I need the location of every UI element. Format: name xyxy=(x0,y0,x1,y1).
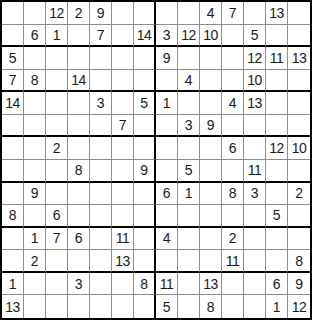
given-digit: 13 xyxy=(292,51,307,65)
cell-r2c7[interactable]: 14 xyxy=(134,25,156,48)
cell-r9c9[interactable]: 1 xyxy=(178,183,200,206)
cell-r7c10[interactable] xyxy=(200,137,222,160)
given-digit: 4 xyxy=(185,73,192,87)
cell-r13c10[interactable]: 13 xyxy=(200,273,222,296)
cell-r13c11[interactable] xyxy=(222,273,244,296)
given-digit: 11 xyxy=(116,231,130,245)
cell-r1c1[interactable] xyxy=(2,2,24,25)
cell-r14c5[interactable] xyxy=(90,295,112,318)
cell-r8c7[interactable]: 9 xyxy=(134,160,156,183)
cell-r7c5[interactable] xyxy=(90,137,112,160)
cell-r2c9[interactable]: 12 xyxy=(178,25,200,48)
cell-r1c8[interactable] xyxy=(156,2,178,25)
cell-r4c9[interactable]: 4 xyxy=(178,70,200,93)
given-digit: 12 xyxy=(49,6,64,20)
cell-r5c9[interactable] xyxy=(178,92,200,115)
given-digit: 7 xyxy=(9,73,16,87)
cell-r6c12[interactable] xyxy=(244,115,266,138)
cell-r14c9[interactable] xyxy=(178,295,200,318)
cell-r4c10[interactable] xyxy=(200,70,222,93)
given-digit: 7 xyxy=(229,6,236,20)
given-digit: 8 xyxy=(75,163,82,177)
given-digit: 11 xyxy=(248,163,262,177)
cell-r14c11[interactable] xyxy=(222,295,244,318)
given-digit: 9 xyxy=(97,6,104,20)
given-digit: 5 xyxy=(185,163,192,177)
cell-r8c9[interactable]: 5 xyxy=(178,160,200,183)
cell-r8c3[interactable] xyxy=(46,160,68,183)
given-digit: 6 xyxy=(31,28,38,42)
cell-r6c1[interactable] xyxy=(2,115,24,138)
cell-r8c14[interactable] xyxy=(288,160,310,183)
given-digit: 3 xyxy=(97,96,104,110)
given-digit: 14 xyxy=(5,96,20,110)
cell-r1c5[interactable]: 9 xyxy=(90,2,112,25)
cell-r11c11[interactable]: 2 xyxy=(222,228,244,251)
cell-r10c14[interactable] xyxy=(288,205,310,228)
sudoku-board: 1229471361714312105591211137814410143514… xyxy=(0,0,312,320)
cell-r12c9[interactable] xyxy=(178,250,200,273)
cell-r11c14[interactable] xyxy=(288,228,310,251)
given-digit: 3 xyxy=(251,186,258,200)
cell-r10c9[interactable] xyxy=(178,205,200,228)
cell-r9c10[interactable] xyxy=(200,183,222,206)
cell-r6c4[interactable] xyxy=(68,115,90,138)
given-digit: 12 xyxy=(247,51,262,65)
cell-r6c13[interactable] xyxy=(266,115,288,138)
cell-r10c13[interactable]: 5 xyxy=(266,205,288,228)
cell-r6c5[interactable] xyxy=(90,115,112,138)
cell-r9c7[interactable] xyxy=(134,183,156,206)
cell-r7c12[interactable] xyxy=(244,137,266,160)
cell-r3c10[interactable] xyxy=(200,47,222,70)
cell-r4c11[interactable] xyxy=(222,70,244,93)
cell-r4c5[interactable] xyxy=(90,70,112,93)
cell-r12c5[interactable] xyxy=(90,250,112,273)
cell-r5c11[interactable]: 4 xyxy=(222,92,244,115)
cell-r5c4[interactable] xyxy=(68,92,90,115)
cell-r13c8[interactable]: 11 xyxy=(156,273,178,296)
cell-r4c13[interactable] xyxy=(266,70,288,93)
given-digit: 8 xyxy=(9,208,16,222)
cell-r14c3[interactable] xyxy=(46,295,68,318)
cell-r10c5[interactable] xyxy=(90,205,112,228)
cell-r1c11[interactable]: 7 xyxy=(222,2,244,25)
given-digit: 9 xyxy=(295,277,302,291)
cell-r8c10[interactable] xyxy=(200,160,222,183)
cell-r9c14[interactable]: 2 xyxy=(288,183,310,206)
cell-r2c5[interactable]: 7 xyxy=(90,25,112,48)
cell-r5c10[interactable] xyxy=(200,92,222,115)
cell-r3c6[interactable] xyxy=(112,47,134,70)
given-digit: 6 xyxy=(53,208,60,222)
cell-r10c2[interactable] xyxy=(24,205,46,228)
cell-r5c6[interactable] xyxy=(112,92,134,115)
cell-r7c11[interactable]: 6 xyxy=(222,137,244,160)
given-digit: 9 xyxy=(140,163,147,177)
cell-r5c7[interactable]: 5 xyxy=(134,92,156,115)
cell-r3c11[interactable] xyxy=(222,47,244,70)
cell-r3c7[interactable] xyxy=(134,47,156,70)
cell-r11c2[interactable]: 1 xyxy=(24,228,46,251)
cell-r2c11[interactable] xyxy=(222,25,244,48)
given-digit: 6 xyxy=(229,141,236,155)
given-digit: 1 xyxy=(53,28,60,42)
cell-r8c4[interactable]: 8 xyxy=(68,160,90,183)
cell-r7c1[interactable] xyxy=(2,137,24,160)
given-digit: 5 xyxy=(140,96,147,110)
cell-r11c10[interactable] xyxy=(200,228,222,251)
cell-r12c8[interactable] xyxy=(156,250,178,273)
cell-r10c10[interactable] xyxy=(200,205,222,228)
cell-r6c2[interactable] xyxy=(24,115,46,138)
cell-r11c1[interactable] xyxy=(2,228,24,251)
cell-r5c14[interactable] xyxy=(288,92,310,115)
cell-r3c13[interactable]: 11 xyxy=(266,47,288,70)
cell-r1c4[interactable]: 2 xyxy=(68,2,90,25)
given-digit: 13 xyxy=(5,300,20,314)
cell-r13c14[interactable]: 9 xyxy=(288,273,310,296)
cell-r12c12[interactable] xyxy=(244,250,266,273)
cell-r13c5[interactable] xyxy=(90,273,112,296)
cell-r6c11[interactable] xyxy=(222,115,244,138)
cell-r10c11[interactable] xyxy=(222,205,244,228)
given-digit: 2 xyxy=(31,254,38,268)
cell-r11c4[interactable]: 6 xyxy=(68,228,90,251)
cell-r1c14[interactable] xyxy=(288,2,310,25)
cell-r2c14[interactable] xyxy=(288,25,310,48)
cell-r9c4[interactable] xyxy=(68,183,90,206)
cell-r14c4[interactable] xyxy=(68,295,90,318)
cell-r2c3[interactable]: 1 xyxy=(46,25,68,48)
cell-r13c3[interactable] xyxy=(46,273,68,296)
cell-r10c4[interactable] xyxy=(68,205,90,228)
cell-r13c4[interactable]: 3 xyxy=(68,273,90,296)
given-digit: 5 xyxy=(163,300,170,314)
cell-r3c2[interactable] xyxy=(24,47,46,70)
cell-r3c3[interactable] xyxy=(46,47,68,70)
cell-r7c7[interactable] xyxy=(134,137,156,160)
cell-r12c14[interactable]: 8 xyxy=(288,250,310,273)
given-digit: 2 xyxy=(229,231,236,245)
cell-r11c9[interactable] xyxy=(178,228,200,251)
cell-r8c13[interactable] xyxy=(266,160,288,183)
cell-r13c13[interactable]: 6 xyxy=(266,273,288,296)
cell-r2c1[interactable] xyxy=(2,25,24,48)
cell-r4c14[interactable] xyxy=(288,70,310,93)
cell-r14c14[interactable]: 12 xyxy=(288,295,310,318)
given-digit: 7 xyxy=(119,118,126,132)
cell-r14c6[interactable] xyxy=(112,295,134,318)
cell-r6c9[interactable]: 3 xyxy=(178,115,200,138)
cell-r9c2[interactable]: 9 xyxy=(24,183,46,206)
cell-r11c12[interactable] xyxy=(244,228,266,251)
given-digit: 4 xyxy=(207,6,214,20)
cell-r1c2[interactable] xyxy=(24,2,46,25)
given-digit: 14 xyxy=(71,73,86,87)
cell-r12c4[interactable] xyxy=(68,250,90,273)
cell-r7c8[interactable] xyxy=(156,137,178,160)
given-digit: 13 xyxy=(269,6,284,20)
cell-r3c12[interactable]: 12 xyxy=(244,47,266,70)
cell-r6c8[interactable] xyxy=(156,115,178,138)
cell-r5c13[interactable] xyxy=(266,92,288,115)
cell-r5c2[interactable] xyxy=(24,92,46,115)
cell-r6c3[interactable] xyxy=(46,115,68,138)
cell-r3c4[interactable] xyxy=(68,47,90,70)
cell-r11c3[interactable]: 7 xyxy=(46,228,68,251)
cell-r9c11[interactable]: 8 xyxy=(222,183,244,206)
cell-r9c12[interactable]: 3 xyxy=(244,183,266,206)
cell-r11c8[interactable]: 4 xyxy=(156,228,178,251)
cell-r5c8[interactable]: 1 xyxy=(156,92,178,115)
cell-r13c7[interactable]: 8 xyxy=(134,273,156,296)
cell-r9c13[interactable] xyxy=(266,183,288,206)
cell-r6c14[interactable] xyxy=(288,115,310,138)
given-digit: 12 xyxy=(181,28,196,42)
given-digit: 9 xyxy=(207,118,214,132)
cell-r13c9[interactable] xyxy=(178,273,200,296)
cell-r7c3[interactable]: 2 xyxy=(46,137,68,160)
cell-r3c5[interactable] xyxy=(90,47,112,70)
cell-r2c13[interactable] xyxy=(266,25,288,48)
cell-r4c12[interactable]: 10 xyxy=(244,70,266,93)
cell-r13c6[interactable] xyxy=(112,273,134,296)
cell-r1c3[interactable]: 12 xyxy=(46,2,68,25)
cell-r2c2[interactable]: 6 xyxy=(24,25,46,48)
cell-r6c6[interactable]: 7 xyxy=(112,115,134,138)
cell-r11c6[interactable]: 11 xyxy=(112,228,134,251)
cell-r12c10[interactable] xyxy=(200,250,222,273)
cell-r14c2[interactable] xyxy=(24,295,46,318)
cell-r7c9[interactable] xyxy=(178,137,200,160)
cell-r2c6[interactable] xyxy=(112,25,134,48)
cell-r10c1[interactable]: 8 xyxy=(2,205,24,228)
given-digit: 10 xyxy=(292,141,307,155)
given-digit: 9 xyxy=(163,51,170,65)
cell-r1c10[interactable]: 4 xyxy=(200,2,222,25)
given-digit: 1 xyxy=(273,300,280,314)
given-digit: 10 xyxy=(203,28,218,42)
cell-r5c5[interactable]: 3 xyxy=(90,92,112,115)
given-digit: 13 xyxy=(247,96,262,110)
given-digit: 6 xyxy=(75,231,82,245)
cell-r12c3[interactable] xyxy=(46,250,68,273)
cell-r10c8[interactable] xyxy=(156,205,178,228)
given-digit: 8 xyxy=(31,73,38,87)
given-digit: 12 xyxy=(292,300,307,314)
cell-r14c10[interactable]: 8 xyxy=(200,295,222,318)
cell-r12c7[interactable] xyxy=(134,250,156,273)
cell-r10c6[interactable] xyxy=(112,205,134,228)
cell-r8c1[interactable] xyxy=(2,160,24,183)
cell-r1c12[interactable] xyxy=(244,2,266,25)
cell-r1c7[interactable] xyxy=(134,2,156,25)
cell-r1c13[interactable]: 13 xyxy=(266,2,288,25)
given-digit: 7 xyxy=(97,28,104,42)
cell-r7c4[interactable] xyxy=(68,137,90,160)
cell-r10c12[interactable] xyxy=(244,205,266,228)
cell-r14c1[interactable]: 13 xyxy=(2,295,24,318)
cell-r14c12[interactable] xyxy=(244,295,266,318)
cell-r3c8[interactable]: 9 xyxy=(156,47,178,70)
given-digit: 4 xyxy=(229,96,236,110)
given-digit: 2 xyxy=(53,141,60,155)
given-digit: 13 xyxy=(203,277,218,291)
cell-r7c14[interactable]: 10 xyxy=(288,137,310,160)
given-digit: 8 xyxy=(140,277,147,291)
given-digit: 5 xyxy=(251,28,258,42)
cell-r2c4[interactable] xyxy=(68,25,90,48)
cell-r4c8[interactable] xyxy=(156,70,178,93)
cell-r8c12[interactable]: 11 xyxy=(244,160,266,183)
cell-r7c2[interactable] xyxy=(24,137,46,160)
cell-r14c13[interactable]: 1 xyxy=(266,295,288,318)
cell-r4c4[interactable]: 14 xyxy=(68,70,90,93)
cell-r6c10[interactable]: 9 xyxy=(200,115,222,138)
cell-r4c1[interactable]: 7 xyxy=(2,70,24,93)
cell-r9c6[interactable] xyxy=(112,183,134,206)
given-digit: 11 xyxy=(270,51,284,65)
cell-r1c9[interactable] xyxy=(178,2,200,25)
cell-r5c3[interactable] xyxy=(46,92,68,115)
cell-r11c13[interactable] xyxy=(266,228,288,251)
given-digit: 6 xyxy=(163,186,170,200)
given-digit: 1 xyxy=(185,186,192,200)
given-digit: 5 xyxy=(9,51,16,65)
cell-r3c1[interactable]: 5 xyxy=(2,47,24,70)
given-digit: 3 xyxy=(185,118,192,132)
given-digit: 3 xyxy=(163,28,170,42)
cell-r4c6[interactable] xyxy=(112,70,134,93)
cell-r3c9[interactable] xyxy=(178,47,200,70)
given-digit: 1 xyxy=(163,96,170,110)
cell-r2c10[interactable]: 10 xyxy=(200,25,222,48)
given-digit: 7 xyxy=(53,231,60,245)
given-digit: 2 xyxy=(75,6,82,20)
cell-r4c2[interactable]: 8 xyxy=(24,70,46,93)
cell-r14c8[interactable]: 5 xyxy=(156,295,178,318)
cell-r11c7[interactable] xyxy=(134,228,156,251)
cell-r13c12[interactable] xyxy=(244,273,266,296)
cell-r7c13[interactable]: 12 xyxy=(266,137,288,160)
given-digit: 1 xyxy=(31,231,38,245)
given-digit: 2 xyxy=(295,186,302,200)
cell-r3c14[interactable]: 13 xyxy=(288,47,310,70)
cell-r5c1[interactable]: 14 xyxy=(2,92,24,115)
given-digit: 8 xyxy=(229,186,236,200)
cell-r5c12[interactable]: 13 xyxy=(244,92,266,115)
cell-r6c7[interactable] xyxy=(134,115,156,138)
cell-r8c11[interactable] xyxy=(222,160,244,183)
cell-r13c2[interactable] xyxy=(24,273,46,296)
cell-r13c1[interactable]: 1 xyxy=(2,273,24,296)
cell-r14c7[interactable] xyxy=(134,295,156,318)
cell-r10c3[interactable]: 6 xyxy=(46,205,68,228)
cell-r7c6[interactable] xyxy=(112,137,134,160)
given-digit: 13 xyxy=(115,254,130,268)
cell-r10c7[interactable] xyxy=(134,205,156,228)
given-digit: 1 xyxy=(9,277,16,291)
cell-r8c5[interactable] xyxy=(90,160,112,183)
cell-r2c12[interactable]: 5 xyxy=(244,25,266,48)
cell-r4c7[interactable] xyxy=(134,70,156,93)
given-digit: 5 xyxy=(273,208,280,222)
given-digit: 12 xyxy=(269,141,284,155)
cell-r12c6[interactable]: 13 xyxy=(112,250,134,273)
cell-r8c2[interactable] xyxy=(24,160,46,183)
cell-r9c1[interactable] xyxy=(2,183,24,206)
given-digit: 11 xyxy=(160,277,174,291)
given-digit: 11 xyxy=(226,254,240,268)
given-digit: 6 xyxy=(273,277,280,291)
cell-r11c5[interactable] xyxy=(90,228,112,251)
given-digit: 4 xyxy=(163,231,170,245)
given-digit: 8 xyxy=(207,300,214,314)
cell-r12c2[interactable]: 2 xyxy=(24,250,46,273)
cell-r9c8[interactable]: 6 xyxy=(156,183,178,206)
cell-r8c8[interactable] xyxy=(156,160,178,183)
cell-r12c1[interactable] xyxy=(2,250,24,273)
cell-r9c5[interactable] xyxy=(90,183,112,206)
cell-r2c8[interactable]: 3 xyxy=(156,25,178,48)
cell-r9c3[interactable] xyxy=(46,183,68,206)
given-digit: 8 xyxy=(295,254,302,268)
cell-r12c13[interactable] xyxy=(266,250,288,273)
given-digit: 14 xyxy=(137,28,152,42)
cell-r8c6[interactable] xyxy=(112,160,134,183)
cell-r12c11[interactable]: 11 xyxy=(222,250,244,273)
cell-r1c6[interactable] xyxy=(112,2,134,25)
given-digit: 10 xyxy=(247,73,262,87)
given-digit: 3 xyxy=(75,277,82,291)
cell-r4c3[interactable] xyxy=(46,70,68,93)
given-digit: 9 xyxy=(31,186,38,200)
